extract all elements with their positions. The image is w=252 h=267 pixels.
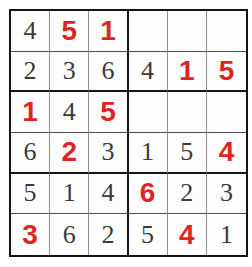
cell-r6c4[interactable]: 5 [129, 214, 168, 255]
cell-r4c5[interactable]: 5 [168, 133, 207, 174]
cell-r3c5[interactable] [168, 92, 207, 133]
cell-r3c1[interactable]: 1 [11, 92, 50, 133]
cell-r2c5[interactable]: 1 [168, 52, 207, 93]
cell-r2c6[interactable]: 5 [207, 52, 246, 93]
cell-r5c3[interactable]: 4 [89, 174, 128, 215]
cell-r1c5[interactable] [168, 11, 207, 52]
cell-r6c1[interactable]: 3 [11, 214, 50, 255]
given-digit: 5 [24, 180, 37, 206]
cell-r1c4[interactable] [129, 11, 168, 52]
cell-r1c6[interactable] [207, 11, 246, 52]
cell-r1c2[interactable]: 5 [50, 11, 89, 52]
cell-r2c4[interactable]: 4 [129, 52, 168, 93]
cell-r4c3[interactable]: 3 [89, 133, 128, 174]
solved-digit: 4 [219, 138, 235, 166]
solved-digit: 5 [219, 57, 235, 85]
solved-digit: 3 [22, 221, 38, 249]
cell-r3c4[interactable] [129, 92, 168, 133]
given-digit: 3 [220, 180, 233, 206]
solved-digit: 1 [22, 98, 38, 126]
solved-digit: 2 [61, 138, 77, 166]
given-digit: 3 [101, 139, 114, 165]
cell-r1c1[interactable]: 4 [11, 11, 50, 52]
given-digit: 6 [101, 58, 114, 84]
given-digit: 5 [180, 139, 193, 165]
cell-r2c3[interactable]: 6 [89, 52, 128, 93]
cell-r1c3[interactable]: 1 [89, 11, 128, 52]
given-digit: 3 [63, 58, 76, 84]
solved-digit: 1 [179, 57, 195, 85]
sudoku-board: 451236415145623154514623362541 [9, 9, 248, 257]
cell-r2c2[interactable]: 3 [50, 52, 89, 93]
cell-r5c4[interactable]: 6 [129, 174, 168, 215]
given-digit: 5 [141, 222, 154, 248]
given-digit: 2 [101, 222, 114, 248]
cell-r2c1[interactable]: 2 [11, 52, 50, 93]
cell-r4c4[interactable]: 1 [129, 133, 168, 174]
cell-r5c5[interactable]: 2 [168, 174, 207, 215]
solved-digit: 4 [179, 221, 195, 249]
cell-r3c3[interactable]: 5 [89, 92, 128, 133]
given-digit: 6 [24, 139, 37, 165]
given-digit: 4 [63, 99, 76, 125]
cell-r5c6[interactable]: 3 [207, 174, 246, 215]
given-digit: 2 [180, 180, 193, 206]
given-digit: 4 [24, 18, 37, 44]
given-digit: 4 [101, 180, 114, 206]
cell-r6c2[interactable]: 6 [50, 214, 89, 255]
solved-digit: 1 [100, 17, 116, 45]
cell-r3c2[interactable]: 4 [50, 92, 89, 133]
solved-digit: 6 [140, 179, 156, 207]
cell-r3c6[interactable] [207, 92, 246, 133]
solved-digit: 5 [61, 17, 77, 45]
given-digit: 1 [220, 222, 233, 248]
cell-r5c1[interactable]: 5 [11, 174, 50, 215]
cell-r6c6[interactable]: 1 [207, 214, 246, 255]
cell-r6c3[interactable]: 2 [89, 214, 128, 255]
cell-r4c1[interactable]: 6 [11, 133, 50, 174]
cell-r4c6[interactable]: 4 [207, 133, 246, 174]
solved-digit: 5 [100, 98, 116, 126]
cell-r6c5[interactable]: 4 [168, 214, 207, 255]
given-digit: 1 [63, 180, 76, 206]
cell-r5c2[interactable]: 1 [50, 174, 89, 215]
given-digit: 6 [63, 222, 76, 248]
given-digit: 1 [141, 139, 154, 165]
given-digit: 2 [24, 58, 37, 84]
given-digit: 4 [141, 58, 154, 84]
cell-r4c2[interactable]: 2 [50, 133, 89, 174]
